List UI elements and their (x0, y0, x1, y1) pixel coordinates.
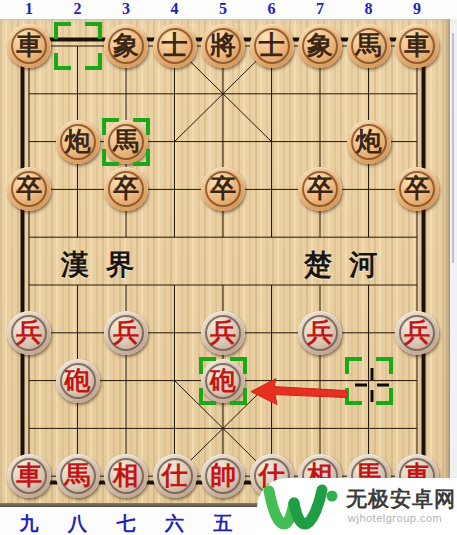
file-label-bottom-5: 五 (214, 511, 233, 535)
file-label-bottom-1: 九 (20, 511, 39, 535)
file-label-top-6: 6 (268, 0, 276, 18)
file-label-top-3: 3 (122, 0, 130, 18)
file-label-top-2: 2 (74, 0, 82, 18)
move-arrow (0, 19, 450, 507)
top-coordinate-strip: 123456789 (0, 0, 457, 19)
file-label-top-9: 9 (413, 0, 421, 18)
file-label-top-7: 7 (316, 0, 324, 18)
watermark-subtitle: wjhotelgroup.com (348, 512, 442, 524)
watermark-logo-icon (259, 481, 343, 533)
crosshair-cursor-icon (354, 367, 390, 403)
xiangqi-board[interactable]: 漢界 楚河 車象士將士象馬車炮馬炮卒卒卒卒卒兵兵兵兵兵砲砲車馬相仕帥仕相馬車 (0, 19, 450, 507)
xiangqi-app-screen: 123456789 漢界 楚河 車象士將士象馬車炮馬炮卒卒卒卒卒兵兵兵兵兵砲砲車… (0, 0, 457, 535)
file-label-bottom-2: 八 (68, 511, 87, 535)
right-panel-edge (449, 19, 457, 535)
file-label-bottom-4: 六 (165, 511, 184, 535)
watermark-title: 无极安卓网 (346, 485, 456, 513)
watermark: 无极安卓网 wjhotelgroup.com (257, 478, 457, 535)
file-label-top-5: 5 (219, 0, 227, 18)
file-label-top-1: 1 (25, 0, 33, 18)
file-label-bottom-3: 七 (117, 511, 136, 535)
file-label-top-8: 8 (365, 0, 373, 18)
file-label-top-4: 4 (171, 0, 179, 18)
